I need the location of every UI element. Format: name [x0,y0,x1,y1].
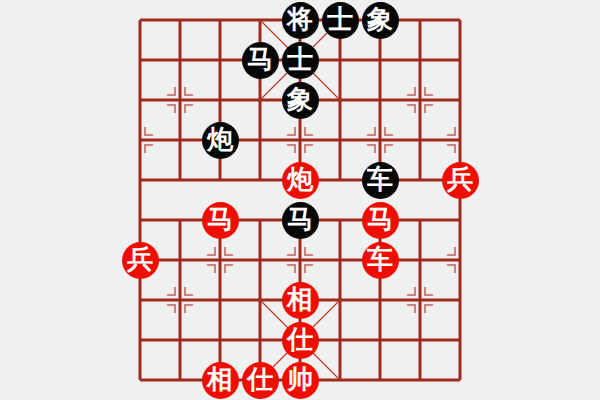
piece-red-advisor[interactable]: 仕 [282,322,319,359]
piece-red-horse[interactable]: 马 [362,202,399,239]
piece-red-pawn[interactable]: 兵 [122,242,159,279]
piece-red-horse[interactable]: 马 [202,202,239,239]
piece-black-horse[interactable]: 马 [282,202,319,239]
piece-red-general[interactable]: 帅 [282,362,319,399]
piece-black-general[interactable]: 将 [282,2,319,39]
piece-red-cannon[interactable]: 炮 [282,162,319,199]
piece-black-elephant[interactable]: 象 [362,2,399,39]
piece-red-advisor[interactable]: 仕 [242,362,279,399]
xiangqi-app: 将士象马士象炮炮车兵马马马兵车相仕相仕帅 [0,0,600,400]
piece-black-horse[interactable]: 马 [242,42,279,79]
piece-red-elephant[interactable]: 相 [282,282,319,319]
piece-black-advisor[interactable]: 士 [282,42,319,79]
piece-black-cannon[interactable]: 炮 [202,122,239,159]
piece-black-elephant[interactable]: 象 [282,82,319,119]
board-intersections[interactable]: 将士象马士象炮炮车兵马马马兵车相仕相仕帅 [120,0,480,400]
piece-red-elephant[interactable]: 相 [202,362,239,399]
piece-black-chariot[interactable]: 车 [362,162,399,199]
piece-red-chariot[interactable]: 车 [362,242,399,279]
piece-red-pawn[interactable]: 兵 [442,162,479,199]
piece-black-advisor[interactable]: 士 [322,2,359,39]
